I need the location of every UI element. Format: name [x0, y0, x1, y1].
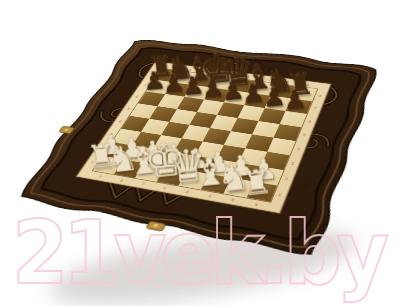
piece-black-pawn: ♟ — [282, 86, 308, 114]
product-photo: hgfedcba hgfedcba 87654321 87654321 ♜♞♝♚… — [0, 0, 400, 306]
piece-white-rook: ♜ — [240, 165, 273, 202]
watermark: 21vek.by — [12, 201, 384, 304]
